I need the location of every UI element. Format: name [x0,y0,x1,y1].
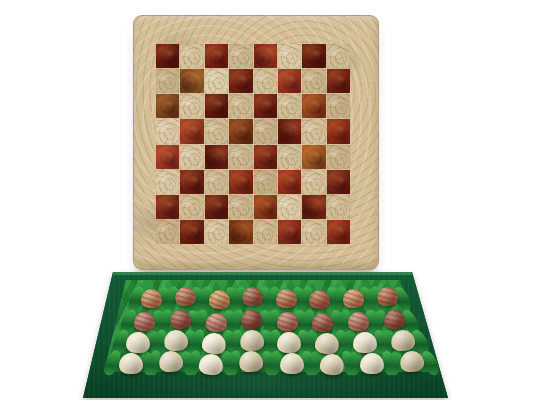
square-g1[interactable] [302,220,325,244]
white-marble-piece[interactable] [360,353,384,374]
square-e7[interactable] [254,69,277,93]
square-a2[interactable] [156,195,179,219]
square-c8[interactable] [205,44,228,68]
square-c2[interactable] [205,195,228,219]
square-h7[interactable] [327,69,350,93]
square-b2[interactable] [180,195,203,219]
board-grid [156,44,350,244]
red-marble-piece[interactable] [276,289,297,308]
square-e8[interactable] [254,44,277,68]
satin-pocket [370,289,404,308]
square-d1[interactable] [229,220,252,244]
piece-row-red-1 [135,282,404,308]
square-h6[interactable] [327,94,350,118]
red-marble-piece[interactable] [169,309,191,329]
square-f3[interactable] [278,170,301,194]
square-c5[interactable] [205,119,228,143]
red-marble-piece[interactable] [241,309,263,329]
square-d7[interactable] [229,69,252,93]
square-f6[interactable] [278,94,301,118]
white-marble-piece[interactable] [314,332,340,355]
square-h1[interactable] [327,220,350,244]
white-marble-piece[interactable] [119,353,143,374]
square-f1[interactable] [278,220,301,244]
white-marble-piece[interactable] [390,329,415,352]
square-d2[interactable] [229,195,252,219]
white-marble-piece[interactable] [319,353,345,376]
square-h8[interactable] [327,44,350,68]
red-marble-piece[interactable] [242,286,264,306]
white-marble-piece[interactable] [126,332,150,353]
square-d6[interactable] [229,94,252,118]
square-f4[interactable] [278,145,301,169]
square-h2[interactable] [327,195,350,219]
square-d8[interactable] [229,44,252,68]
square-b4[interactable] [180,145,203,169]
square-e4[interactable] [254,145,277,169]
red-marble-piece[interactable] [348,312,369,331]
storage-box [83,272,448,398]
white-marble-piece[interactable] [163,329,188,352]
square-b8[interactable] [180,44,203,68]
white-marble-piece[interactable] [353,332,377,353]
square-e2[interactable] [254,195,277,219]
square-d3[interactable] [229,170,252,194]
square-g7[interactable] [302,69,325,93]
piece-row-white-4 [111,348,432,374]
square-a3[interactable] [156,170,179,194]
white-marble-piece[interactable] [201,332,227,355]
square-g4[interactable] [302,145,325,169]
square-g2[interactable] [302,195,325,219]
square-e1[interactable] [254,220,277,244]
red-marble-piece[interactable] [208,289,231,310]
red-marble-piece[interactable] [376,286,398,306]
square-d5[interactable] [229,119,252,143]
white-marble-piece[interactable] [198,353,224,376]
white-marble-piece[interactable] [158,350,183,373]
pieces-layer [83,280,448,384]
red-marble-piece[interactable] [205,312,228,333]
square-d4[interactable] [229,145,252,169]
square-e3[interactable] [254,170,277,194]
white-marble-piece[interactable] [239,329,264,352]
square-h3[interactable] [327,170,350,194]
square-b1[interactable] [180,220,203,244]
red-marble-piece[interactable] [277,312,298,331]
square-c1[interactable] [205,220,228,244]
square-h4[interactable] [327,145,350,169]
chess-set-photo [0,0,533,400]
square-a7[interactable] [156,69,179,93]
square-g5[interactable] [302,119,325,143]
square-f7[interactable] [278,69,301,93]
square-c3[interactable] [205,170,228,194]
square-f5[interactable] [278,119,301,143]
red-marble-piece[interactable] [343,289,364,308]
square-b7[interactable] [180,69,203,93]
square-g3[interactable] [302,170,325,194]
square-g8[interactable] [302,44,325,68]
red-marble-piece[interactable] [383,309,405,329]
square-f2[interactable] [278,195,301,219]
red-marble-piece[interactable] [174,286,196,306]
square-c6[interactable] [205,94,228,118]
square-e5[interactable] [254,119,277,143]
square-a4[interactable] [156,145,179,169]
square-c7[interactable] [205,69,228,93]
square-c4[interactable] [205,145,228,169]
white-marble-piece[interactable] [277,332,301,353]
white-marble-piece[interactable] [280,353,304,374]
square-b5[interactable] [180,119,203,143]
square-a6[interactable] [156,94,179,118]
square-e6[interactable] [254,94,277,118]
square-h5[interactable] [327,119,350,143]
red-marble-piece[interactable] [134,312,155,331]
square-g6[interactable] [302,94,325,118]
chess-board [133,15,379,270]
square-b3[interactable] [180,170,203,194]
square-a1[interactable] [156,220,179,244]
square-b6[interactable] [180,94,203,118]
square-a5[interactable] [156,119,179,143]
square-a8[interactable] [156,44,179,68]
white-marble-piece[interactable] [239,350,264,373]
red-marble-piece[interactable] [141,289,162,308]
square-f8[interactable] [278,44,301,68]
